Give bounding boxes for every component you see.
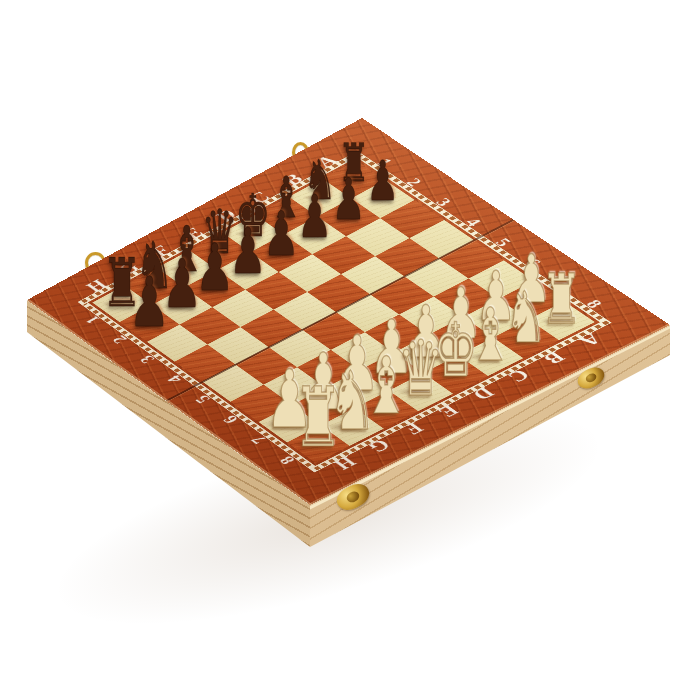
rank-label-near-left-1: 1 xyxy=(81,313,104,327)
rank-label-near-left-8: 8 xyxy=(275,453,300,467)
rank-label-near-left-6: 6 xyxy=(218,412,242,426)
clasp-knob xyxy=(345,490,361,505)
rank-label-far-right-2: 2 xyxy=(402,175,427,190)
file-label-near-right-E: E xyxy=(432,402,463,421)
rank-label-far-right-1: 1 xyxy=(373,155,398,169)
file-label-far-left-B: B xyxy=(278,170,308,189)
rank-label-far-right-3: 3 xyxy=(431,195,456,210)
file-label-far-left-D: D xyxy=(211,206,242,225)
rank-label-near-left-5: 5 xyxy=(190,392,214,406)
rank-label-far-right-8: 8 xyxy=(582,297,608,312)
clasp-knob xyxy=(584,372,597,384)
file-label-far-left-H: H xyxy=(81,276,112,296)
rank-label-far-right-7: 7 xyxy=(551,276,577,291)
file-label-far-left-G: G xyxy=(113,259,144,279)
file-label-far-left-C: C xyxy=(245,188,276,207)
rank-label-far-right-5: 5 xyxy=(491,235,517,250)
rank-label-near-left-3: 3 xyxy=(135,352,159,366)
file-label-far-left-A: A xyxy=(311,151,343,171)
product-photo-chess-set: 11AA22BB33CC44DD55EE66FF77GG88HH ♜♞♝♚♛♝♞… xyxy=(0,0,680,680)
rank-label-far-right-6: 6 xyxy=(521,255,547,270)
rank-label-near-left-4: 4 xyxy=(163,372,187,386)
rank-label-near-left-7: 7 xyxy=(247,432,271,446)
file-label-far-left-E: E xyxy=(179,224,209,243)
rank-label-near-left-2: 2 xyxy=(108,332,132,346)
file-label-near-right-B: B xyxy=(538,348,570,368)
rank-label-far-right-4: 4 xyxy=(461,215,487,230)
file-label-near-right-F: F xyxy=(398,419,428,438)
